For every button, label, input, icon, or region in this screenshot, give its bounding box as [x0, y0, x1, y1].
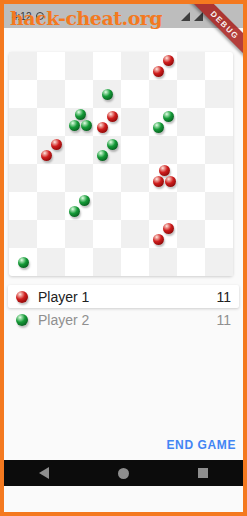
cell-r1-c3[interactable]	[93, 80, 121, 108]
cell-r7-c0[interactable]	[9, 248, 37, 276]
cell-r2-c5[interactable]	[149, 108, 177, 136]
player-row-2: Player 2 11	[8, 308, 239, 331]
cell-r4-c7[interactable]	[205, 164, 233, 192]
cell-r2-c3[interactable]	[93, 108, 121, 136]
cell-r4-c2[interactable]	[65, 164, 93, 192]
cell-r4-c3[interactable]	[93, 164, 121, 192]
cell-r0-c7[interactable]	[205, 52, 233, 80]
cell-r1-c1[interactable]	[37, 80, 65, 108]
end-game-button[interactable]: END GAME	[167, 438, 236, 452]
cell-r0-c1[interactable]	[37, 52, 65, 80]
player-1-score: 11	[216, 289, 231, 305]
cell-r4-c6[interactable]	[177, 164, 205, 192]
cell-r7-c5[interactable]	[149, 248, 177, 276]
cell-r5-c2[interactable]	[65, 192, 93, 220]
app-content: Player 1 11 Player 2 11 END GAME	[4, 28, 243, 486]
cell-r6-c5[interactable]	[149, 220, 177, 248]
cell-r4-c0[interactable]	[9, 164, 37, 192]
cell-r5-c1[interactable]	[37, 192, 65, 220]
green-orb-icon	[16, 314, 28, 326]
cell-r5-c4[interactable]	[121, 192, 149, 220]
cell-r7-c6[interactable]	[177, 248, 205, 276]
cell-r5-c3[interactable]	[93, 192, 121, 220]
phone-screen: 4:12 hack-cheat.org DEBUG Player 1 11 Pl…	[0, 0, 247, 516]
cell-r0-c6[interactable]	[177, 52, 205, 80]
cell-r0-c2[interactable]	[65, 52, 93, 80]
back-icon[interactable]	[39, 467, 49, 479]
cell-r5-c6[interactable]	[177, 192, 205, 220]
cell-r2-c7[interactable]	[205, 108, 233, 136]
watermark-logo: hack-cheat.org	[10, 7, 162, 29]
cell-r7-c7[interactable]	[205, 248, 233, 276]
cell-r3-c5[interactable]	[149, 136, 177, 164]
cell-r6-c6[interactable]	[177, 220, 205, 248]
cell-r3-c0[interactable]	[9, 136, 37, 164]
cell-r0-c0[interactable]	[9, 52, 37, 80]
cell-r4-c4[interactable]	[121, 164, 149, 192]
cell-r0-c3[interactable]	[93, 52, 121, 80]
cell-r1-c5[interactable]	[149, 80, 177, 108]
cell-r6-c2[interactable]	[65, 220, 93, 248]
cell-r1-c7[interactable]	[205, 80, 233, 108]
recents-icon[interactable]	[198, 468, 208, 478]
cell-r3-c3[interactable]	[93, 136, 121, 164]
cell-r5-c5[interactable]	[149, 192, 177, 220]
cell-r1-c4[interactable]	[121, 80, 149, 108]
cell-r0-c4[interactable]	[121, 52, 149, 80]
cell-r5-c7[interactable]	[205, 192, 233, 220]
android-nav-bar	[4, 460, 243, 486]
cell-r1-c0[interactable]	[9, 80, 37, 108]
player-2-score: 11	[216, 312, 231, 328]
player-row-1: Player 1 11	[8, 285, 239, 308]
red-orb-icon	[16, 291, 28, 303]
cell-r7-c4[interactable]	[121, 248, 149, 276]
cell-r6-c0[interactable]	[9, 220, 37, 248]
cell-r4-c5[interactable]	[149, 164, 177, 192]
cell-r6-c4[interactable]	[121, 220, 149, 248]
cell-r6-c3[interactable]	[93, 220, 121, 248]
endgame-row: END GAME	[4, 430, 243, 460]
player-1-name: Player 1	[38, 289, 216, 305]
cell-r2-c6[interactable]	[177, 108, 205, 136]
cell-r3-c7[interactable]	[205, 136, 233, 164]
game-board	[9, 52, 233, 276]
cell-r7-c2[interactable]	[65, 248, 93, 276]
cell-r3-c6[interactable]	[177, 136, 205, 164]
cell-r4-c1[interactable]	[37, 164, 65, 192]
cell-r6-c1[interactable]	[37, 220, 65, 248]
cell-r7-c3[interactable]	[93, 248, 121, 276]
signal-icon	[194, 12, 203, 21]
cell-r5-c0[interactable]	[9, 192, 37, 220]
cell-r3-c4[interactable]	[121, 136, 149, 164]
scoreboard: Player 1 11 Player 2 11	[8, 285, 239, 331]
cell-r1-c2[interactable]	[65, 80, 93, 108]
cell-r2-c4[interactable]	[121, 108, 149, 136]
cell-r2-c0[interactable]	[9, 108, 37, 136]
cell-r2-c2[interactable]	[65, 108, 93, 136]
cell-r3-c1[interactable]	[37, 136, 65, 164]
cell-r2-c1[interactable]	[37, 108, 65, 136]
home-icon[interactable]	[118, 468, 129, 479]
cell-r7-c1[interactable]	[37, 248, 65, 276]
cell-r6-c7[interactable]	[205, 220, 233, 248]
player-2-name: Player 2	[38, 312, 216, 328]
status-icons	[177, 12, 203, 21]
cell-r0-c5[interactable]	[149, 52, 177, 80]
wifi-icon	[181, 12, 190, 21]
cell-r1-c6[interactable]	[177, 80, 205, 108]
cell-r3-c2[interactable]	[65, 136, 93, 164]
